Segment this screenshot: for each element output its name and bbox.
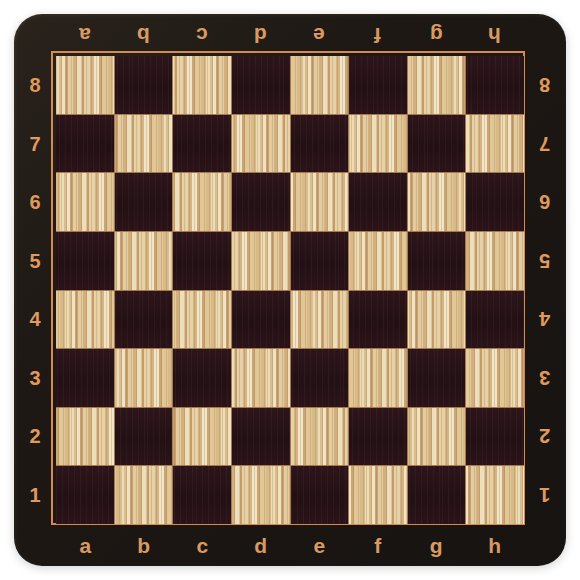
square-c6[interactable] [173,173,231,231]
square-f3[interactable] [349,349,407,407]
square-d2[interactable] [232,408,290,466]
square-e8[interactable] [291,56,349,114]
file-label-bottom-e: e [313,535,325,556]
square-d6[interactable] [232,173,290,231]
square-f6[interactable] [349,173,407,231]
square-g6[interactable] [408,173,466,231]
square-d1[interactable] [232,466,290,524]
square-g4[interactable] [408,291,466,349]
square-f1[interactable] [349,466,407,524]
square-e1[interactable] [291,466,349,524]
file-label-bottom-c: c [196,535,208,556]
rank-labels-right: 87654321 [524,56,566,524]
rank-label-right-7: 7 [539,134,550,154]
square-e5[interactable] [291,232,349,290]
square-c1[interactable] [173,466,231,524]
square-a6[interactable] [56,173,114,231]
square-f7[interactable] [349,115,407,173]
rank-label-right-6: 6 [539,192,550,212]
square-g2[interactable] [408,408,466,466]
file-label-bottom-h: h [488,535,501,556]
square-c4[interactable] [173,291,231,349]
square-c7[interactable] [173,115,231,173]
file-labels-top: abcdefgh [56,14,524,56]
rank-label-right-5: 5 [539,251,550,271]
file-label-top-a: a [79,25,91,46]
square-f2[interactable] [349,408,407,466]
square-h3[interactable] [466,349,524,407]
square-d4[interactable] [232,291,290,349]
rank-label-left-5: 5 [29,251,40,271]
square-f5[interactable] [349,232,407,290]
rank-labels-left: 87654321 [14,56,56,524]
square-g7[interactable] [408,115,466,173]
rank-label-right-1: 1 [539,485,550,505]
square-h7[interactable] [466,115,524,173]
file-labels-bottom: abcdefgh [56,524,524,566]
chessboard-mat: abcdefgh abcdefgh 87654321 87654321 [14,14,566,566]
square-h2[interactable] [466,408,524,466]
photo-background: abcdefgh abcdefgh 87654321 87654321 [0,0,580,580]
square-d7[interactable] [232,115,290,173]
square-a2[interactable] [56,408,114,466]
square-e6[interactable] [291,173,349,231]
square-e4[interactable] [291,291,349,349]
rank-label-left-2: 2 [29,426,40,446]
square-b4[interactable] [115,291,173,349]
square-b5[interactable] [115,232,173,290]
square-d3[interactable] [232,349,290,407]
square-g1[interactable] [408,466,466,524]
square-c3[interactable] [173,349,231,407]
file-label-bottom-g: g [430,535,443,556]
file-label-top-b: b [137,25,150,46]
square-h6[interactable] [466,173,524,231]
rank-label-right-4: 4 [539,309,550,329]
rank-label-right-2: 2 [539,426,550,446]
square-c8[interactable] [173,56,231,114]
rank-label-left-4: 4 [29,309,40,329]
chessboard-grid [56,56,524,524]
square-b3[interactable] [115,349,173,407]
square-b1[interactable] [115,466,173,524]
file-label-bottom-d: d [254,535,267,556]
square-b7[interactable] [115,115,173,173]
square-d5[interactable] [232,232,290,290]
file-label-bottom-b: b [137,535,150,556]
square-a8[interactable] [56,56,114,114]
square-h4[interactable] [466,291,524,349]
square-b2[interactable] [115,408,173,466]
square-h5[interactable] [466,232,524,290]
rank-label-left-7: 7 [29,134,40,154]
square-g3[interactable] [408,349,466,407]
square-c2[interactable] [173,408,231,466]
square-f4[interactable] [349,291,407,349]
rank-label-left-3: 3 [29,368,40,388]
file-label-top-d: d [254,25,267,46]
file-label-top-f: f [374,25,381,46]
rank-label-left-1: 1 [29,485,40,505]
rank-label-left-6: 6 [29,192,40,212]
square-b8[interactable] [115,56,173,114]
square-a7[interactable] [56,115,114,173]
file-label-top-c: c [196,25,208,46]
square-g8[interactable] [408,56,466,114]
square-a1[interactable] [56,466,114,524]
square-a3[interactable] [56,349,114,407]
file-label-bottom-a: a [79,535,91,556]
file-label-top-e: e [313,25,325,46]
square-b6[interactable] [115,173,173,231]
file-label-bottom-f: f [374,535,381,556]
square-f8[interactable] [349,56,407,114]
file-label-top-h: h [488,25,501,46]
square-a4[interactable] [56,291,114,349]
rank-label-left-8: 8 [29,75,40,95]
square-c5[interactable] [173,232,231,290]
rank-label-right-3: 3 [539,368,550,388]
square-e7[interactable] [291,115,349,173]
square-e3[interactable] [291,349,349,407]
file-label-top-g: g [430,25,443,46]
square-g5[interactable] [408,232,466,290]
rank-label-right-8: 8 [539,75,550,95]
square-a5[interactable] [56,232,114,290]
square-h8[interactable] [466,56,524,114]
square-e2[interactable] [291,408,349,466]
square-h1[interactable] [466,466,524,524]
square-d8[interactable] [232,56,290,114]
